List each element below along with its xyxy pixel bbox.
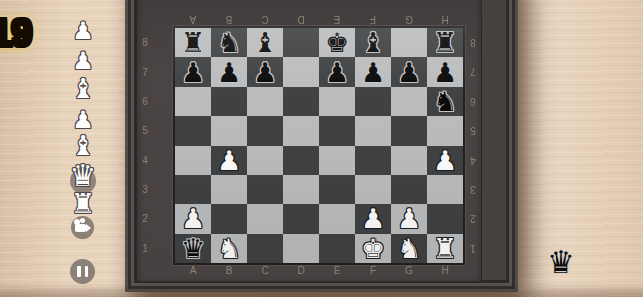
rank-label-3: 3 [466,175,480,204]
square-e2[interactable] [319,204,355,233]
square-h5[interactable] [427,116,463,145]
rank-label-8: 8 [138,28,152,57]
square-a6[interactable] [175,87,211,116]
square-g6[interactable] [391,87,427,116]
square-h1[interactable]: ♜ [427,234,463,263]
square-d8[interactable] [283,28,319,57]
black-turn-indicator-queen: ♛ [541,244,581,280]
square-b8[interactable]: ♞ [211,28,247,57]
white-rook-h1: ♜ [433,234,457,263]
file-label-g: G [391,263,427,278]
square-d2[interactable] [283,204,319,233]
square-d6[interactable] [283,87,319,116]
black-pawn-f7: ♟ [361,58,385,87]
square-h2[interactable] [427,204,463,233]
square-f4[interactable] [355,146,391,175]
square-g8[interactable] [391,28,427,57]
square-f5[interactable] [355,116,391,145]
file-label-h: H [427,12,463,27]
square-c5[interactable] [247,116,283,145]
square-e5[interactable] [319,116,355,145]
square-a2[interactable]: ♟ [175,204,211,233]
square-e4[interactable] [319,146,355,175]
pause-icon [70,259,95,284]
black-rook-h8: ♜ [433,28,457,57]
white-knight-g1: ♞ [397,234,421,263]
black-rook-a8: ♜ [181,28,205,57]
square-g5[interactable] [391,116,427,145]
white-pawn-f2: ♟ [361,204,385,233]
black-pawn-b7: ♟ [217,58,241,87]
file-label-c: C [247,263,283,278]
square-d4[interactable] [283,146,319,175]
square-f6[interactable] [355,87,391,116]
file-label-b: B [211,12,247,27]
black-pawn-h7: ♟ [433,58,457,87]
square-d7[interactable] [283,57,319,86]
captured-white-bishop: ♝ [60,73,106,105]
black-pawn-c7: ♟ [253,58,277,87]
black-bishop-c8: ♝ [253,28,277,57]
square-h7[interactable]: ♟ [427,57,463,86]
square-d3[interactable] [283,175,319,204]
square-h8[interactable]: ♜ [427,28,463,57]
rank-label-6: 6 [466,87,480,116]
square-a7[interactable]: ♟ [175,57,211,86]
white-pawn-h4: ♟ [433,146,457,175]
file-label-a: A [175,12,211,27]
square-f1[interactable]: ♚ [355,234,391,263]
rank-label-5: 5 [466,116,480,145]
square-a5[interactable] [175,116,211,145]
square-c6[interactable] [247,87,283,116]
rank-labels-right: 87654321 [466,28,480,263]
square-a3[interactable] [175,175,211,204]
square-c4[interactable] [247,146,283,175]
rank-label-8: 8 [466,28,480,57]
white-pawn-a2: ♟ [181,204,205,233]
chess-board: ♜♞♝♚♝♜♟♟♟♟♟♟♟♞♟♟♟♟♟♛♞♚♞♜ [173,26,465,265]
square-h4[interactable]: ♟ [427,146,463,175]
file-label-d: D [283,263,319,278]
black-pawn-e7: ♟ [325,58,349,87]
square-b1[interactable]: ♞ [211,234,247,263]
black-knight-b8: ♞ [217,28,241,57]
square-g7[interactable]: ♟ [391,57,427,86]
square-g1[interactable]: ♞ [391,234,427,263]
captured-white-pieces-tray: ♟♟♝♟♝♛♜ [60,0,106,297]
white-pawn-g2: ♟ [397,204,421,233]
file-labels-top: ABCDEFGH [175,12,463,27]
square-g2[interactable]: ♟ [391,204,427,233]
score-counter: 19 [0,12,31,55]
file-label-e: E [319,12,355,27]
black-pawn-g7: ♟ [397,58,421,87]
square-c3[interactable] [247,175,283,204]
white-knight-b1: ♞ [217,234,241,263]
file-label-e: E [319,263,355,278]
pause-button[interactable] [70,259,95,284]
rank-label-1: 1 [138,234,152,263]
white-king-f1: ♚ [361,234,385,263]
square-b7[interactable]: ♟ [211,57,247,86]
file-label-b: B [211,263,247,278]
square-f3[interactable] [355,175,391,204]
rank-label-6: 6 [138,87,152,116]
rank-label-7: 7 [138,57,152,86]
file-label-a: A [175,263,211,278]
square-a1[interactable]: ♛ [175,234,211,263]
square-d5[interactable] [283,116,319,145]
rank-label-1: 1 [466,234,480,263]
square-e3[interactable] [319,175,355,204]
square-c7[interactable]: ♟ [247,57,283,86]
square-a8[interactable]: ♜ [175,28,211,57]
square-b2[interactable] [211,204,247,233]
rank-label-4: 4 [466,146,480,175]
file-label-h: H [427,263,463,278]
rank-labels-left: 87654321 [138,28,152,263]
black-king-e8: ♚ [325,28,349,57]
rank-label-2: 2 [138,204,152,233]
square-e7[interactable]: ♟ [319,57,355,86]
square-e6[interactable] [319,87,355,116]
square-h3[interactable] [427,175,463,204]
file-label-f: F [355,12,391,27]
rank-label-2: 2 [466,204,480,233]
rank-label-5: 5 [138,116,152,145]
square-e1[interactable] [319,234,355,263]
file-label-g: G [391,12,427,27]
rank-label-3: 3 [138,175,152,204]
square-f8[interactable]: ♝ [355,28,391,57]
square-c2[interactable] [247,204,283,233]
rank-label-7: 7 [466,57,480,86]
black-bishop-f8: ♝ [361,28,385,57]
square-f2[interactable]: ♟ [355,204,391,233]
square-g3[interactable] [391,175,427,204]
square-f7[interactable]: ♟ [355,57,391,86]
file-label-d: D [283,12,319,27]
white-pawn-b4: ♟ [217,146,241,175]
square-e8[interactable]: ♚ [319,28,355,57]
square-b4[interactable]: ♟ [211,146,247,175]
file-label-c: C [247,12,283,27]
square-b5[interactable] [211,116,247,145]
square-b6[interactable] [211,87,247,116]
file-label-f: F [355,263,391,278]
square-d1[interactable] [283,234,319,263]
file-labels-bottom: ABCDEFGH [175,263,463,278]
captured-white-pawn: ♟ [60,15,106,47]
black-pawn-a7: ♟ [181,58,205,87]
square-c8[interactable]: ♝ [247,28,283,57]
rank-label-4: 4 [138,146,152,175]
square-a4[interactable] [175,146,211,175]
square-g4[interactable] [391,146,427,175]
chess-app-screen: 19 ABCDEFGH ABCDEFGH 87654321 87654321 ♜… [0,0,643,297]
record-video-button[interactable] [71,216,94,239]
square-h6[interactable]: ♞ [427,87,463,116]
black-queen-a1: ♛ [181,234,205,263]
black-knight-h6: ♞ [433,87,457,116]
square-b3[interactable] [211,175,247,204]
square-c1[interactable] [247,234,283,263]
